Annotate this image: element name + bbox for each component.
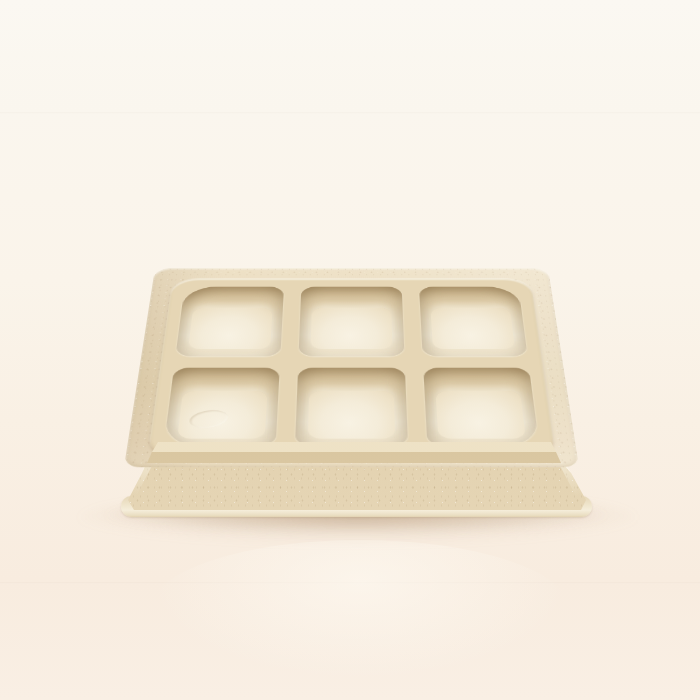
backdrop-seam-upper bbox=[0, 112, 700, 114]
compartment-floor bbox=[436, 391, 526, 439]
compartment-floor bbox=[311, 307, 393, 349]
compartment-floor bbox=[188, 307, 272, 349]
backdrop-light-glow bbox=[150, 540, 570, 680]
tray-top-surface bbox=[124, 268, 579, 467]
compartment-floor bbox=[431, 307, 515, 349]
compartment-r2c3 bbox=[423, 367, 539, 446]
compartment-r2c2 bbox=[295, 367, 407, 446]
compartment-r1c3 bbox=[419, 287, 528, 356]
tray-inner-plateau bbox=[148, 279, 556, 456]
studio-backdrop: { "meta": { "type": "product-photograph"… bbox=[0, 0, 700, 700]
compartment-r2c1 bbox=[164, 367, 280, 446]
compartment-floor bbox=[308, 391, 395, 439]
compartment-grid bbox=[164, 287, 539, 446]
compartment-r1c2 bbox=[299, 287, 404, 356]
compartment-r1c1 bbox=[176, 287, 285, 356]
